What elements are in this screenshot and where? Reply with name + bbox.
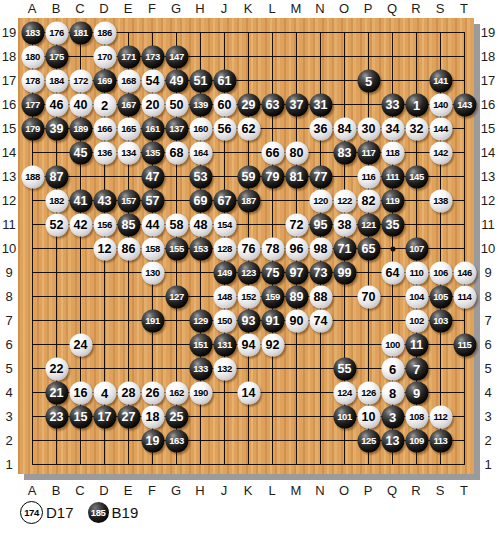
black-stone-Q3: 3: [381, 405, 404, 428]
black-stone-T16: 143: [453, 93, 476, 116]
black-stone-T6: 115: [453, 333, 476, 356]
white-stone-C6: 24: [69, 333, 92, 356]
coord-label: 13: [0, 169, 18, 184]
white-stone-D16: 2: [93, 93, 116, 116]
black-stone-K12: 187: [237, 189, 260, 212]
black-stone-C12: 41: [69, 189, 92, 212]
white-stone-J11: 154: [213, 213, 236, 236]
black-stone-K7: 93: [237, 309, 260, 332]
coord-label: O: [332, 483, 356, 498]
white-stone-P4: 126: [357, 381, 380, 404]
black-stone-R4: 9: [405, 381, 428, 404]
black-stone-L8: 159: [261, 285, 284, 308]
coord-label: S: [428, 483, 452, 498]
black-stone-K16: 29: [237, 93, 260, 116]
white-stone-M14: 80: [285, 141, 308, 164]
coord-label: S: [428, 1, 452, 16]
white-stone-D11: 156: [93, 213, 116, 236]
coord-label: 19: [0, 25, 18, 40]
white-stone-F16: 20: [141, 93, 164, 116]
white-stone-K10: 76: [237, 237, 260, 260]
white-stone-F9: 130: [141, 261, 164, 284]
coord-label: 6: [478, 337, 498, 352]
coord-label: H: [188, 483, 212, 498]
coord-label: O: [332, 1, 356, 16]
black-stone-Q11: 35: [381, 213, 404, 236]
coord-label: T: [452, 483, 476, 498]
black-stone-P11: 121: [357, 213, 380, 236]
white-stone-B19: 176: [45, 21, 68, 44]
black-stone-H12: 69: [189, 189, 212, 212]
coord-label: R: [404, 483, 428, 498]
go-board: 1831761811861801751701711731471781841721…: [18, 18, 474, 474]
white-stone-R8: 104: [405, 285, 428, 308]
coord-label: 1: [0, 457, 18, 472]
black-stone-K9: 123: [237, 261, 260, 284]
white-stone-F11: 44: [141, 213, 164, 236]
black-stone-G8: 127: [165, 285, 188, 308]
black-stone-M8: 89: [285, 285, 308, 308]
star-point: [390, 246, 395, 251]
white-stone-G16: 50: [165, 93, 188, 116]
white-stone-S12: 138: [429, 189, 452, 212]
white-stone-H14: 164: [189, 141, 212, 164]
black-stone-F2: 19: [141, 429, 164, 452]
white-stone-N7: 74: [309, 309, 332, 332]
go-diagram: ABCDEFGHJKLMNOPQRST 19181716151413121110…: [0, 0, 500, 537]
coord-label: G: [164, 483, 188, 498]
white-stone-R7: 102: [405, 309, 428, 332]
white-stone-D18: 170: [93, 45, 116, 68]
black-stone-R2: 109: [405, 429, 428, 452]
black-stone-M13: 81: [285, 165, 308, 188]
coord-label: 6: [0, 337, 18, 352]
black-stone-R13: 145: [405, 165, 428, 188]
white-stone-L14: 66: [261, 141, 284, 164]
white-stone-J15: 56: [213, 117, 236, 140]
coord-label: 15: [478, 121, 498, 136]
white-stone-M10: 96: [285, 237, 308, 260]
black-stone-D3: 17: [93, 405, 116, 428]
coord-label: 19: [478, 25, 498, 40]
black-stone-R10: 107: [405, 237, 428, 260]
black-stone-L16: 63: [261, 93, 284, 116]
black-stone-L13: 79: [261, 165, 284, 188]
white-stone-K6: 94: [237, 333, 260, 356]
coord-label: 3: [478, 409, 498, 424]
white-stone-M7: 90: [285, 309, 308, 332]
white-stone-O12: 122: [333, 189, 356, 212]
black-stone-F18: 173: [141, 45, 164, 68]
white-stone-O4: 124: [333, 381, 356, 404]
black-stone-Q2: 13: [381, 429, 404, 452]
black-stone-P10: 65: [357, 237, 380, 260]
coord-label: Q: [380, 483, 404, 498]
coord-label: 17: [0, 73, 18, 88]
coord-label: P: [356, 483, 380, 498]
black-stone-C3: 15: [69, 405, 92, 428]
white-stone-H4: 190: [189, 381, 212, 404]
coord-label: 11: [478, 217, 498, 232]
coord-label: 4: [478, 385, 498, 400]
black-stone-A19: 183: [21, 21, 44, 44]
coord-label: 12: [0, 193, 18, 208]
white-stone-O11: 38: [333, 213, 356, 236]
black-stone-H17: 51: [189, 69, 212, 92]
white-stone-B11: 52: [45, 213, 68, 236]
white-stone-D14: 136: [93, 141, 116, 164]
black-stone-S17: 141: [429, 69, 452, 92]
black-stone-E18: 171: [117, 45, 140, 68]
white-stone-M11: 72: [285, 213, 308, 236]
black-stone-M16: 37: [285, 93, 308, 116]
black-stone-B13: 87: [45, 165, 68, 188]
coord-label: 8: [0, 289, 18, 304]
white-stone-B5: 22: [45, 357, 68, 380]
coord-label: 10: [478, 241, 498, 256]
white-stone-J8: 148: [213, 285, 236, 308]
black-stone-L7: 91: [261, 309, 284, 332]
white-stone-R15: 32: [405, 117, 428, 140]
coord-label: 16: [478, 97, 498, 112]
white-stone-C16: 40: [69, 93, 92, 116]
coord-label: K: [236, 1, 260, 16]
coord-label: 12: [478, 193, 498, 208]
black-stone-E11: 85: [117, 213, 140, 236]
coord-label: P: [356, 1, 380, 16]
coord-label: B: [44, 483, 68, 498]
white-stone-N8: 88: [309, 285, 332, 308]
black-stone-N11: 95: [309, 213, 332, 236]
black-stone-G10: 155: [165, 237, 188, 260]
black-stone-E12: 157: [117, 189, 140, 212]
white-stone-C4: 16: [69, 381, 92, 404]
white-stone-S3: 112: [429, 405, 452, 428]
white-stone-T9: 146: [453, 261, 476, 284]
black-stone-E3: 27: [117, 405, 140, 428]
white-stone-B17: 184: [45, 69, 68, 92]
coord-label: B: [44, 1, 68, 16]
white-stone-K8: 152: [237, 285, 260, 308]
black-stone-A16: 177: [21, 93, 44, 116]
white-stone-K4: 14: [237, 381, 260, 404]
black-stone-H10: 153: [189, 237, 212, 260]
caption-coord-174: D17: [46, 504, 74, 521]
white-stone-E14: 134: [117, 141, 140, 164]
white-stone-F17: 54: [141, 69, 164, 92]
coord-label: 15: [0, 121, 18, 136]
black-stone-L9: 75: [261, 261, 284, 284]
coord-label: 4: [0, 385, 18, 400]
white-stone-G4: 162: [165, 381, 188, 404]
black-stone-B3: 23: [45, 405, 68, 428]
white-stone-P3: 10: [357, 405, 380, 428]
black-stone-B18: 175: [45, 45, 68, 68]
white-stone-A18: 180: [21, 45, 44, 68]
black-stone-H7: 129: [189, 309, 212, 332]
white-stone-P15: 30: [357, 117, 380, 140]
white-stone-C11: 42: [69, 213, 92, 236]
white-stone-Q9: 64: [381, 261, 404, 284]
white-stone-N10: 98: [309, 237, 332, 260]
white-stone-J7: 150: [213, 309, 236, 332]
white-stone-L10: 78: [261, 237, 284, 260]
white-stone-Q15: 34: [381, 117, 404, 140]
coord-label: G: [164, 1, 188, 16]
white-stone-D19: 186: [93, 21, 116, 44]
black-stone-N16: 31: [309, 93, 332, 116]
black-stone-O9: 99: [333, 261, 356, 284]
white-stone-Q4: 8: [381, 381, 404, 404]
black-stone-G18: 147: [165, 45, 188, 68]
coord-label: 16: [0, 97, 18, 112]
white-stone-S16: 140: [429, 93, 452, 116]
white-stone-F4: 26: [141, 381, 164, 404]
black-stone-J17: 61: [213, 69, 236, 92]
coord-label: F: [140, 483, 164, 498]
black-stone-H6: 151: [189, 333, 212, 356]
white-stone-O15: 84: [333, 117, 356, 140]
white-stone-Q6: 100: [381, 333, 404, 356]
coord-label: 2: [0, 433, 18, 448]
white-stone-E15: 165: [117, 117, 140, 140]
black-stone-C19: 181: [69, 21, 92, 44]
white-stone-J16: 60: [213, 93, 236, 116]
caption: 174 D17 185 B19: [20, 499, 152, 525]
black-stone-S8: 105: [429, 285, 452, 308]
coord-label: 14: [0, 145, 18, 160]
black-stone-F12: 57: [141, 189, 164, 212]
black-stone-G17: 49: [165, 69, 188, 92]
black-stone-P14: 117: [357, 141, 380, 164]
black-stone-C15: 189: [69, 117, 92, 140]
coord-label: M: [284, 483, 308, 498]
white-stone-N12: 120: [309, 189, 332, 212]
coord-label: 9: [478, 265, 498, 280]
white-stone-C17: 172: [69, 69, 92, 92]
white-stone-E4: 28: [117, 381, 140, 404]
black-stone-B15: 39: [45, 117, 68, 140]
white-stone-F10: 158: [141, 237, 164, 260]
white-stone-R3: 108: [405, 405, 428, 428]
black-stone-K13: 59: [237, 165, 260, 188]
coord-label: E: [116, 483, 140, 498]
white-stone-J5: 132: [213, 357, 236, 380]
white-stone-D15: 166: [93, 117, 116, 140]
black-stone-G3: 25: [165, 405, 188, 428]
white-stone-N15: 36: [309, 117, 332, 140]
white-stone-D4: 4: [93, 381, 116, 404]
coord-label: 13: [478, 169, 498, 184]
black-stone-Q16: 33: [381, 93, 404, 116]
black-stone-P2: 125: [357, 429, 380, 452]
black-stone-H13: 53: [189, 165, 212, 188]
coord-label: H: [188, 1, 212, 16]
white-stone-H15: 160: [189, 117, 212, 140]
black-stone-H16: 139: [189, 93, 212, 116]
white-stone-G14: 68: [165, 141, 188, 164]
coord-label: 5: [478, 361, 498, 376]
white-stone-Q5: 6: [381, 357, 404, 380]
black-stone-F7: 191: [141, 309, 164, 332]
white-stone-Q14: 118: [381, 141, 404, 164]
black-stone-A15: 179: [21, 117, 44, 140]
white-stone-D10: 12: [93, 237, 116, 260]
coord-label: L: [260, 483, 284, 498]
caption-stone-white-174: 174: [20, 501, 43, 524]
coord-label: 8: [478, 289, 498, 304]
black-stone-F13: 47: [141, 165, 164, 188]
white-stone-R9: 110: [405, 261, 428, 284]
black-stone-O5: 55: [333, 357, 356, 380]
white-stone-J10: 128: [213, 237, 236, 260]
white-stone-E17: 168: [117, 69, 140, 92]
white-stone-P12: 82: [357, 189, 380, 212]
coord-label: K: [236, 483, 260, 498]
white-stone-L6: 92: [261, 333, 284, 356]
coord-label: A: [20, 1, 44, 16]
coord-label: L: [260, 1, 284, 16]
coord-label: T: [452, 1, 476, 16]
white-stone-S15: 144: [429, 117, 452, 140]
coord-label: M: [284, 1, 308, 16]
black-stone-D17: 169: [93, 69, 116, 92]
coord-label: D: [92, 483, 116, 498]
black-stone-M9: 97: [285, 261, 308, 284]
black-stone-G15: 137: [165, 117, 188, 140]
white-stone-A13: 188: [21, 165, 44, 188]
coord-label: 18: [478, 49, 498, 64]
coord-label: N: [308, 1, 332, 16]
coord-label: D: [92, 1, 116, 16]
black-stone-C14: 45: [69, 141, 92, 164]
black-stone-O14: 83: [333, 141, 356, 164]
black-stone-F14: 135: [141, 141, 164, 164]
black-stone-J6: 131: [213, 333, 236, 356]
black-stone-N9: 73: [309, 261, 332, 284]
white-stone-B12: 182: [45, 189, 68, 212]
black-stone-J12: 67: [213, 189, 236, 212]
coord-label: 7: [0, 313, 18, 328]
black-stone-R5: 7: [405, 357, 428, 380]
caption-coord-185: B19: [112, 504, 139, 521]
coord-label: J: [212, 1, 236, 16]
black-stone-R16: 1: [405, 93, 428, 116]
coord-label: 5: [0, 361, 18, 376]
white-stone-G11: 58: [165, 213, 188, 236]
black-stone-S2: 113: [429, 429, 452, 452]
white-stone-K15: 62: [237, 117, 260, 140]
white-stone-S14: 142: [429, 141, 452, 164]
black-stone-F15: 161: [141, 117, 164, 140]
white-stone-S9: 106: [429, 261, 452, 284]
coord-label: 14: [478, 145, 498, 160]
black-stone-E16: 167: [117, 93, 140, 116]
coord-label: Q: [380, 1, 404, 16]
white-stone-T8: 114: [453, 285, 476, 308]
black-stone-J9: 149: [213, 261, 236, 284]
black-stone-O3: 101: [333, 405, 356, 428]
coord-label: J: [212, 483, 236, 498]
black-stone-B4: 21: [45, 381, 68, 404]
white-stone-P13: 116: [357, 165, 380, 188]
coord-label: 11: [0, 217, 18, 232]
coord-label: 9: [0, 265, 18, 280]
coord-label: R: [404, 1, 428, 16]
coord-label: 2: [478, 433, 498, 448]
coord-label: E: [116, 1, 140, 16]
coord-label: 18: [0, 49, 18, 64]
black-stone-D12: 43: [93, 189, 116, 212]
coord-label: N: [308, 483, 332, 498]
black-stone-O10: 71: [333, 237, 356, 260]
coord-label: 7: [478, 313, 498, 328]
black-stone-N13: 77: [309, 165, 332, 188]
white-stone-P8: 70: [357, 285, 380, 308]
coord-label: C: [68, 483, 92, 498]
white-stone-A17: 178: [21, 69, 44, 92]
black-stone-H5: 133: [189, 357, 212, 380]
coord-label: 10: [0, 241, 18, 256]
black-stone-Q13: 111: [381, 165, 404, 188]
black-stone-P17: 5: [357, 69, 380, 92]
black-stone-R6: 11: [405, 333, 428, 356]
white-stone-H11: 48: [189, 213, 212, 236]
coord-label: F: [140, 1, 164, 16]
coord-label: 1: [478, 457, 498, 472]
white-stone-B16: 46: [45, 93, 68, 116]
black-stone-G2: 163: [165, 429, 188, 452]
white-stone-E10: 86: [117, 237, 140, 260]
caption-stone-black-185: 185: [88, 502, 109, 523]
coord-label: 3: [0, 409, 18, 424]
coord-label: A: [20, 483, 44, 498]
coord-label: C: [68, 1, 92, 16]
black-stone-Q12: 119: [381, 189, 404, 212]
coord-label: 17: [478, 73, 498, 88]
white-stone-F3: 18: [141, 405, 164, 428]
black-stone-S7: 103: [429, 309, 452, 332]
